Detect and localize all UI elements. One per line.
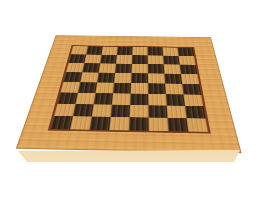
square-g8: [162, 47, 178, 55]
square-b4: [78, 82, 97, 93]
square-b5: [80, 72, 98, 82]
square-h1: [187, 118, 209, 132]
square-h5: [181, 74, 199, 84]
square-b6: [82, 63, 100, 72]
square-g2: [167, 106, 187, 119]
square-f5: [148, 73, 165, 83]
square-d2: [111, 105, 130, 118]
chess-board: [16, 35, 242, 153]
square-c4: [95, 82, 114, 93]
board-grid: [48, 45, 211, 133]
square-g1: [167, 118, 188, 132]
square-f1: [148, 118, 168, 132]
square-e4: [131, 83, 149, 94]
square-d1: [109, 117, 129, 131]
square-c6: [99, 63, 116, 72]
square-g3: [166, 94, 185, 106]
chessboard-photo: [0, 0, 267, 206]
square-b7: [84, 55, 101, 64]
square-h4: [182, 84, 201, 95]
square-g5: [164, 74, 182, 84]
square-e1: [129, 117, 149, 131]
square-f3: [148, 94, 166, 106]
square-h2: [185, 106, 206, 119]
square-e2: [130, 105, 149, 118]
square-b2: [73, 104, 94, 117]
square-b3: [75, 93, 95, 105]
square-d5: [114, 73, 131, 83]
square-f8: [148, 47, 164, 55]
square-f7: [148, 55, 164, 64]
square-b8: [86, 46, 103, 54]
square-c7: [100, 55, 117, 64]
square-h7: [179, 56, 196, 65]
square-c1: [90, 117, 111, 131]
square-d8: [117, 47, 133, 55]
square-g7: [163, 56, 180, 65]
square-c8: [101, 47, 117, 55]
square-d3: [112, 93, 131, 105]
square-f4: [148, 83, 166, 94]
square-c3: [94, 93, 113, 105]
square-e6: [131, 64, 147, 74]
square-d4: [113, 83, 131, 94]
square-e5: [131, 73, 148, 83]
square-e8: [132, 47, 147, 55]
square-h8: [177, 48, 194, 56]
square-d7: [116, 55, 132, 64]
square-b1: [70, 116, 92, 129]
square-e7: [132, 55, 148, 64]
square-g6: [164, 64, 181, 74]
square-f6: [148, 64, 165, 74]
square-f2: [148, 105, 167, 118]
square-c2: [92, 104, 112, 117]
square-h3: [183, 94, 203, 106]
square-g4: [165, 84, 183, 95]
square-c5: [97, 73, 115, 83]
square-d6: [115, 64, 132, 73]
square-e3: [130, 94, 148, 106]
square-h6: [180, 65, 198, 75]
